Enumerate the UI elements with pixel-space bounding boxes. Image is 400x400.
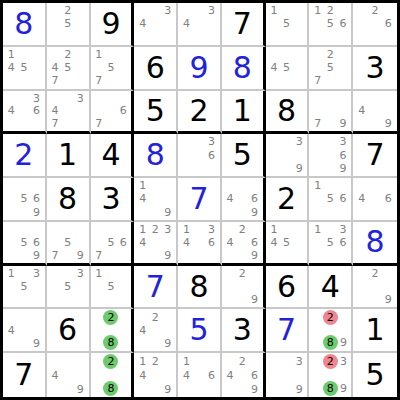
candidate-6[interactable]: 6 xyxy=(205,149,218,162)
candidate-1[interactable]: 1 xyxy=(93,48,105,61)
candidate-6[interactable]: 6 xyxy=(30,192,43,205)
candidate-4[interactable]: 4 xyxy=(224,368,236,382)
candidate-4[interactable]: 4 xyxy=(180,17,193,30)
candidate-2[interactable]: 2 xyxy=(236,223,248,236)
candidate-3[interactable]: 3 xyxy=(30,267,43,280)
candidate-grid: 369 xyxy=(311,135,349,175)
candidate-6[interactable]: 6 xyxy=(117,104,129,117)
solved-digit: 8 xyxy=(353,222,397,263)
candidate-4[interactable]: 4 xyxy=(355,104,368,117)
candidate-grid: 39 xyxy=(268,135,306,175)
candidate-grid: 46 xyxy=(355,179,395,219)
candidate-9[interactable]: 9 xyxy=(30,337,43,350)
cell-r8c7[interactable]: 7 xyxy=(266,309,310,353)
cell-r1c1[interactable]: 8 xyxy=(3,3,47,47)
candidate-5[interactable]: 5 xyxy=(18,61,31,74)
cell-r7c8[interactable]: 4 xyxy=(309,266,353,310)
candidate-3[interactable]: 3 xyxy=(293,354,306,368)
cell-r2c2[interactable]: 2457 xyxy=(47,47,91,91)
candidate-2-green-highlight[interactable]: 2 xyxy=(103,354,118,369)
candidate-grid: 346 xyxy=(5,92,43,131)
cell-r5c2[interactable]: 8 xyxy=(47,178,91,222)
cell-r7c4[interactable]: 7 xyxy=(134,266,178,310)
candidate-6[interactable]: 6 xyxy=(337,192,350,205)
candidate-grid: 1249 xyxy=(136,354,174,396)
cell-r3c5[interactable]: 2 xyxy=(178,91,222,135)
candidate-6[interactable]: 6 xyxy=(248,192,260,205)
candidate-4[interactable]: 4 xyxy=(355,192,368,205)
candidate-5[interactable]: 5 xyxy=(280,236,293,249)
candidate-9[interactable]: 9 xyxy=(74,382,87,396)
candidate-9[interactable]: 9 xyxy=(293,382,306,396)
candidate-grid: 2389 xyxy=(311,354,349,396)
candidate-4[interactable]: 4 xyxy=(180,236,193,249)
candidate-9[interactable]: 9 xyxy=(337,117,350,130)
cell-r3c4[interactable]: 5 xyxy=(134,91,178,135)
given-digit: 7 xyxy=(222,3,263,45)
given-digit: 6 xyxy=(47,309,89,351)
candidate-8-green-highlight[interactable]: 8 xyxy=(323,381,338,396)
cell-r1c3[interactable]: 9 xyxy=(91,3,135,47)
candidate-2-red-highlight[interactable]: 2 xyxy=(323,354,338,369)
candidate-grid: 49 xyxy=(49,354,87,396)
candidate-6[interactable]: 6 xyxy=(337,149,350,162)
cell-r7c6[interactable]: 29 xyxy=(222,266,266,310)
candidate-9[interactable]: 9 xyxy=(248,249,260,262)
candidate-5[interactable]: 5 xyxy=(105,61,117,74)
candidate-2[interactable]: 2 xyxy=(149,310,162,323)
cell-r7c2[interactable]: 35 xyxy=(47,266,91,310)
candidate-9[interactable]: 9 xyxy=(248,293,260,306)
cell-r9c9[interactable]: 5 xyxy=(353,353,397,397)
candidate-3[interactable]: 3 xyxy=(338,354,349,369)
candidate-5[interactable]: 5 xyxy=(18,236,31,249)
cell-r6c8[interactable]: 1356 xyxy=(309,222,353,266)
candidate-grid: 45 xyxy=(268,48,306,88)
candidate-7[interactable]: 7 xyxy=(49,74,62,87)
candidate-6[interactable]: 6 xyxy=(337,236,350,249)
candidate-9[interactable]: 9 xyxy=(162,382,175,396)
given-digit: 4 xyxy=(91,134,132,176)
given-digit: 3 xyxy=(353,47,397,89)
candidate-1[interactable]: 1 xyxy=(268,223,281,236)
cell-r8c3[interactable]: 28 xyxy=(91,309,135,353)
candidate-1[interactable]: 1 xyxy=(5,267,18,280)
candidate-3[interactable]: 3 xyxy=(205,223,218,236)
cell-r3c2[interactable]: 347 xyxy=(47,91,91,135)
candidate-4[interactable]: 4 xyxy=(224,236,236,249)
cell-r1c7[interactable]: 15 xyxy=(266,3,310,47)
candidate-3[interactable]: 3 xyxy=(337,135,350,148)
cell-r8c2[interactable]: 6 xyxy=(47,309,91,353)
candidate-8-green-highlight[interactable]: 8 xyxy=(103,335,118,350)
candidate-grid: 28 xyxy=(93,354,130,396)
candidate-grid: 28 xyxy=(93,310,130,350)
candidate-1[interactable]: 1 xyxy=(136,179,149,192)
cell-r5c5[interactable]: 7 xyxy=(178,178,222,222)
solved-digit: 7 xyxy=(178,178,220,220)
candidate-grid: 567 xyxy=(93,223,130,262)
cell-r2c6[interactable]: 8 xyxy=(222,47,266,91)
candidate-grid: 35 xyxy=(49,267,87,307)
candidate-5[interactable]: 5 xyxy=(105,280,117,293)
cell-r1c4[interactable]: 34 xyxy=(134,3,178,47)
candidate-1[interactable]: 1 xyxy=(180,354,193,368)
candidate-grid: 29 xyxy=(355,267,395,307)
candidate-9[interactable]: 9 xyxy=(162,206,175,219)
candidate-1[interactable]: 1 xyxy=(311,4,324,17)
cell-r9c7[interactable]: 39 xyxy=(266,353,310,397)
cell-r4c7[interactable]: 39 xyxy=(266,134,310,178)
cell-r3c6[interactable]: 1 xyxy=(222,91,266,135)
cell-r5c6[interactable]: 469 xyxy=(222,178,266,222)
candidate-3[interactable]: 3 xyxy=(30,92,43,105)
candidate-3[interactable]: 3 xyxy=(293,135,306,148)
candidate-1[interactable]: 1 xyxy=(136,223,149,236)
candidate-4[interactable]: 4 xyxy=(5,324,18,337)
cell-r2c5[interactable]: 9 xyxy=(178,47,222,91)
candidate-3[interactable]: 3 xyxy=(205,4,218,17)
cell-r7c9[interactable]: 29 xyxy=(353,266,397,310)
candidate-9[interactable]: 9 xyxy=(30,206,43,219)
candidate-2[interactable]: 2 xyxy=(61,48,74,61)
candidate-7[interactable]: 7 xyxy=(49,117,62,130)
candidate-2[interactable]: 2 xyxy=(324,48,337,61)
candidate-grid: 257 xyxy=(311,48,349,88)
cell-r9c4[interactable]: 1249 xyxy=(134,353,178,397)
candidate-grid: 15 xyxy=(93,267,130,307)
cell-r4c4[interactable]: 8 xyxy=(134,134,178,178)
candidate-2[interactable]: 2 xyxy=(368,267,381,280)
candidate-2[interactable]: 2 xyxy=(324,4,337,17)
candidate-6[interactable]: 6 xyxy=(248,368,260,382)
candidate-grid: 34 xyxy=(136,4,174,44)
cell-r3c3[interactable]: 67 xyxy=(91,91,135,135)
cell-r2c4[interactable]: 6 xyxy=(134,47,178,91)
cell-r5c8[interactable]: 156 xyxy=(309,178,353,222)
given-digit: 8 xyxy=(266,91,308,132)
candidate-grid: 157 xyxy=(93,48,130,88)
candidate-9[interactable]: 9 xyxy=(338,381,349,396)
cell-r5c1[interactable]: 569 xyxy=(3,178,47,222)
candidate-grid: 2469 xyxy=(224,223,261,262)
candidate-grid: 25 xyxy=(49,4,87,44)
cell-r8c6[interactable]: 3 xyxy=(222,309,266,353)
candidate-grid: 49 xyxy=(5,310,43,350)
candidate-grid: 15 xyxy=(268,4,306,44)
candidate-5[interactable]: 5 xyxy=(280,17,293,30)
candidate-5[interactable]: 5 xyxy=(324,17,337,30)
solved-digit: 8 xyxy=(3,3,45,45)
candidate-2[interactable]: 2 xyxy=(149,223,162,236)
candidate-5[interactable]: 5 xyxy=(61,61,74,74)
cell-r3c9[interactable]: 49 xyxy=(353,91,397,135)
candidate-grid: 79 xyxy=(311,92,349,131)
given-digit: 7 xyxy=(353,134,397,176)
cell-r4c5[interactable]: 36 xyxy=(178,134,222,178)
cell-r7c1[interactable]: 135 xyxy=(3,266,47,310)
cell-r4c6[interactable]: 5 xyxy=(222,134,266,178)
cell-r8c9[interactable]: 1 xyxy=(353,309,397,353)
solved-digit: 9 xyxy=(178,47,220,89)
cell-r3c1[interactable]: 346 xyxy=(3,91,47,135)
candidate-7[interactable]: 7 xyxy=(93,249,105,262)
cell-r4c2[interactable]: 1 xyxy=(47,134,91,178)
given-digit: 6 xyxy=(266,266,308,308)
cell-r4c8[interactable]: 369 xyxy=(309,134,353,178)
solved-digit: 7 xyxy=(266,309,308,351)
candidate-grid: 29 xyxy=(224,267,261,307)
given-digit: 5 xyxy=(353,353,397,397)
solved-digit: 8 xyxy=(222,47,263,89)
cell-r9c3[interactable]: 28 xyxy=(91,353,135,397)
candidate-grid: 569 xyxy=(5,179,43,219)
candidate-4[interactable]: 4 xyxy=(224,192,236,205)
candidate-8-green-highlight[interactable]: 8 xyxy=(103,381,118,396)
candidate-4[interactable]: 4 xyxy=(136,236,149,249)
candidate-3[interactable]: 3 xyxy=(74,92,87,105)
candidate-grid: 146 xyxy=(180,354,218,396)
cell-r4c3[interactable]: 4 xyxy=(91,134,135,178)
candidate-grid: 569 xyxy=(5,223,43,262)
candidate-5[interactable]: 5 xyxy=(324,61,337,74)
candidate-4[interactable]: 4 xyxy=(136,17,149,30)
cell-r4c9[interactable]: 7 xyxy=(353,134,397,178)
candidate-9[interactable]: 9 xyxy=(338,335,349,350)
candidate-9[interactable]: 9 xyxy=(382,117,395,130)
candidate-5[interactable]: 5 xyxy=(280,61,293,74)
candidate-grid: 1346 xyxy=(180,223,218,262)
candidate-grid: 145 xyxy=(268,223,306,262)
candidate-3[interactable]: 3 xyxy=(162,4,175,17)
candidate-5[interactable]: 5 xyxy=(61,17,74,30)
candidate-grid: 34 xyxy=(180,4,218,44)
candidate-2[interactable]: 2 xyxy=(149,354,162,368)
candidate-4[interactable]: 4 xyxy=(136,324,149,337)
candidate-4[interactable]: 4 xyxy=(136,192,149,205)
given-digit: 2 xyxy=(266,178,308,220)
cell-r7c3[interactable]: 15 xyxy=(91,266,135,310)
candidate-7[interactable]: 7 xyxy=(93,117,105,130)
candidate-9[interactable]: 9 xyxy=(30,249,43,262)
candidate-grid: 12349 xyxy=(136,223,174,262)
given-digit: 9 xyxy=(91,3,132,45)
candidate-grid: 49 xyxy=(355,92,395,131)
candidate-7[interactable]: 7 xyxy=(311,117,324,130)
candidate-6[interactable]: 6 xyxy=(382,192,395,205)
candidate-6[interactable]: 6 xyxy=(337,17,350,30)
cell-r7c7[interactable]: 6 xyxy=(266,266,310,310)
candidate-6[interactable]: 6 xyxy=(30,104,43,117)
candidate-4[interactable]: 4 xyxy=(5,61,18,74)
candidate-4[interactable]: 4 xyxy=(49,104,62,117)
candidate-9[interactable]: 9 xyxy=(74,249,87,262)
candidate-1[interactable]: 1 xyxy=(268,4,281,17)
candidate-9[interactable]: 9 xyxy=(248,206,260,219)
candidate-grid: 2457 xyxy=(49,48,87,88)
cell-r1c9[interactable]: 26 xyxy=(353,3,397,47)
candidate-9[interactable]: 9 xyxy=(382,293,395,306)
given-digit: 3 xyxy=(91,178,132,220)
cell-r6c2[interactable]: 579 xyxy=(47,222,91,266)
candidate-9[interactable]: 9 xyxy=(162,337,175,350)
given-digit: 1 xyxy=(47,134,89,176)
given-digit: 6 xyxy=(134,47,176,89)
cell-r2c9[interactable]: 3 xyxy=(353,47,397,91)
cell-r9c8[interactable]: 2389 xyxy=(309,353,353,397)
cell-r5c3[interactable]: 3 xyxy=(91,178,135,222)
cell-r2c1[interactable]: 145 xyxy=(3,47,47,91)
candidate-grid: 39 xyxy=(268,354,306,396)
candidate-2[interactable]: 2 xyxy=(236,267,248,280)
cell-r1c8[interactable]: 1256 xyxy=(309,3,353,47)
solved-digit: 7 xyxy=(134,266,176,308)
candidate-grid: 156 xyxy=(311,179,349,219)
cell-r5c4[interactable]: 149 xyxy=(134,178,178,222)
cell-r9c5[interactable]: 146 xyxy=(178,353,222,397)
cell-r5c9[interactable]: 46 xyxy=(353,178,397,222)
given-digit: 8 xyxy=(47,178,89,220)
cell-r4c1[interactable]: 2 xyxy=(3,134,47,178)
candidate-6[interactable]: 6 xyxy=(205,236,218,249)
given-digit: 5 xyxy=(134,91,176,132)
cell-r7c5[interactable]: 8 xyxy=(178,266,222,310)
cell-r3c7[interactable]: 8 xyxy=(266,91,310,135)
cell-r6c6[interactable]: 2469 xyxy=(222,222,266,266)
candidate-grid: 289 xyxy=(311,310,349,350)
candidate-3[interactable]: 3 xyxy=(205,135,218,148)
candidate-9[interactable]: 9 xyxy=(293,162,306,175)
cell-r2c3[interactable]: 157 xyxy=(91,47,135,91)
candidate-4[interactable]: 4 xyxy=(49,61,62,74)
sudoku-board: 8259343471512562614524571576984525733463… xyxy=(0,0,400,400)
cell-r8c8[interactable]: 289 xyxy=(309,309,353,353)
candidate-grid: 347 xyxy=(49,92,87,131)
cell-r6c7[interactable]: 145 xyxy=(266,222,310,266)
candidate-1[interactable]: 1 xyxy=(5,48,18,61)
candidate-5[interactable]: 5 xyxy=(105,236,117,249)
candidate-5[interactable]: 5 xyxy=(61,280,74,293)
solved-digit: 2 xyxy=(3,134,45,176)
given-digit: 1 xyxy=(222,91,263,132)
candidate-grid: 1256 xyxy=(311,4,349,44)
candidate-grid: 249 xyxy=(136,310,174,350)
candidate-1[interactable]: 1 xyxy=(311,223,324,236)
candidate-2[interactable]: 2 xyxy=(368,4,381,17)
solved-digit: 5 xyxy=(178,309,220,351)
candidate-6[interactable]: 6 xyxy=(30,236,43,249)
candidate-4[interactable]: 4 xyxy=(5,104,18,117)
given-digit: 5 xyxy=(222,134,263,176)
candidate-1[interactable]: 1 xyxy=(311,179,324,192)
candidate-9[interactable]: 9 xyxy=(248,382,260,396)
cell-r3c8[interactable]: 79 xyxy=(309,91,353,135)
candidate-5[interactable]: 5 xyxy=(324,192,337,205)
given-digit: 1 xyxy=(353,309,397,351)
candidate-6[interactable]: 6 xyxy=(117,236,129,249)
candidate-grid: 145 xyxy=(5,48,43,88)
cell-r1c2[interactable]: 25 xyxy=(47,3,91,47)
given-digit: 2 xyxy=(178,91,220,132)
candidate-grid: 149 xyxy=(136,179,174,219)
candidate-grid: 135 xyxy=(5,267,43,307)
candidate-3[interactable]: 3 xyxy=(74,267,87,280)
candidate-5[interactable]: 5 xyxy=(324,236,337,249)
cell-r6c3[interactable]: 567 xyxy=(91,222,135,266)
cell-r2c7[interactable]: 45 xyxy=(266,47,310,91)
candidate-5[interactable]: 5 xyxy=(61,236,74,249)
cell-r5c7[interactable]: 2 xyxy=(266,178,310,222)
candidate-3[interactable]: 3 xyxy=(162,223,175,236)
candidate-7[interactable]: 7 xyxy=(49,249,62,262)
candidate-2[interactable]: 2 xyxy=(236,354,248,368)
cell-r8c1[interactable]: 49 xyxy=(3,309,47,353)
cell-r6c4[interactable]: 12349 xyxy=(134,222,178,266)
candidate-2[interactable]: 2 xyxy=(61,4,74,17)
given-digit: 3 xyxy=(222,309,263,351)
cell-r8c4[interactable]: 249 xyxy=(134,309,178,353)
candidate-7[interactable]: 7 xyxy=(311,74,324,87)
candidate-grid: 36 xyxy=(180,135,218,175)
cell-r6c5[interactable]: 1346 xyxy=(178,222,222,266)
cell-r9c1[interactable]: 7 xyxy=(3,353,47,397)
candidate-1[interactable]: 1 xyxy=(180,223,193,236)
cell-r8c5[interactable]: 5 xyxy=(178,309,222,353)
candidate-5[interactable]: 5 xyxy=(18,280,31,293)
given-digit: 8 xyxy=(178,266,220,308)
candidate-4[interactable]: 4 xyxy=(49,368,62,382)
candidate-9[interactable]: 9 xyxy=(337,162,350,175)
candidate-grid: 469 xyxy=(224,179,261,219)
cell-r1c5[interactable]: 34 xyxy=(178,3,222,47)
candidate-7[interactable]: 7 xyxy=(93,74,105,87)
candidate-grid: 2469 xyxy=(224,354,261,396)
candidate-9[interactable]: 9 xyxy=(162,249,175,262)
solved-digit: 8 xyxy=(134,134,176,176)
cell-r1c6[interactable]: 7 xyxy=(222,3,266,47)
candidate-6[interactable]: 6 xyxy=(382,17,395,30)
given-digit: 7 xyxy=(3,353,45,397)
candidate-4[interactable]: 4 xyxy=(268,61,281,74)
candidate-6[interactable]: 6 xyxy=(205,368,218,382)
candidate-4[interactable]: 4 xyxy=(180,368,193,382)
candidate-6[interactable]: 6 xyxy=(248,236,260,249)
candidate-4[interactable]: 4 xyxy=(136,368,149,382)
candidate-8-green-highlight[interactable]: 8 xyxy=(323,335,338,350)
candidate-3[interactable]: 3 xyxy=(337,223,350,236)
candidate-2-green-highlight[interactable]: 2 xyxy=(103,310,118,325)
cell-r2c8[interactable]: 257 xyxy=(309,47,353,91)
candidate-1[interactable]: 1 xyxy=(136,354,149,368)
cell-r6c9[interactable]: 8 xyxy=(353,222,397,266)
candidate-grid: 579 xyxy=(49,223,87,262)
candidate-grid: 67 xyxy=(93,92,130,131)
candidate-2-red-highlight[interactable]: 2 xyxy=(323,310,338,325)
cell-r6c1[interactable]: 569 xyxy=(3,222,47,266)
candidate-5[interactable]: 5 xyxy=(18,192,31,205)
cell-r9c2[interactable]: 49 xyxy=(47,353,91,397)
candidate-1[interactable]: 1 xyxy=(93,267,105,280)
candidate-4[interactable]: 4 xyxy=(268,236,281,249)
candidate-grid: 1356 xyxy=(311,223,349,262)
given-digit: 4 xyxy=(309,266,351,308)
candidate-grid: 26 xyxy=(355,4,395,44)
cell-r9c6[interactable]: 2469 xyxy=(222,353,266,397)
